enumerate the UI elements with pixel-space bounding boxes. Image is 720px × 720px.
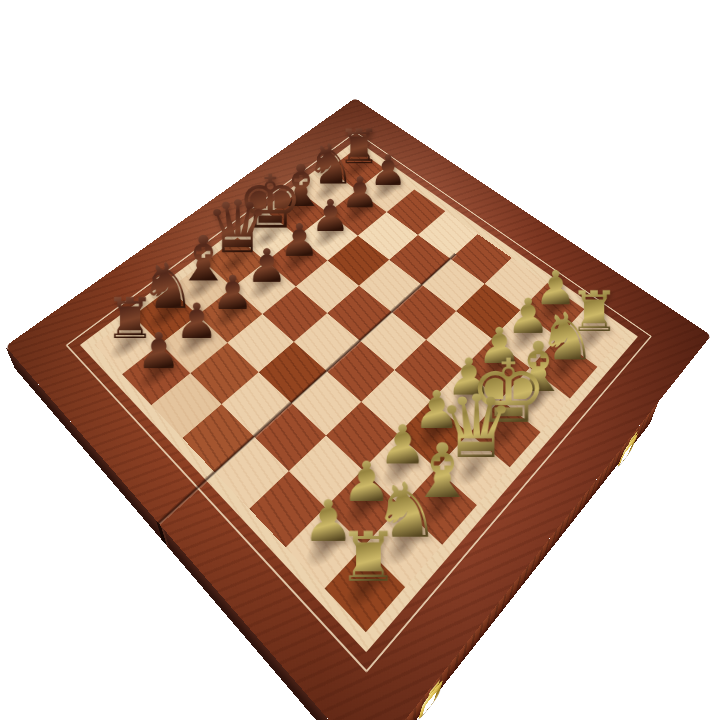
clasp-hole: [620, 444, 633, 465]
product-photo-background: ♜♞♝♛♚♝♞♜♟♟♟♟♟♟♟♟♟♟♟♟♟♟♟♟♜♞♝♛♚♝♞♜: [0, 0, 720, 720]
chess-set-box: ♜♞♝♛♚♝♞♜♟♟♟♟♟♟♟♟♟♟♟♟♟♟♟♟♜♞♝♛♚♝♞♜: [5, 98, 711, 720]
piece-copper-pawn-a7: ♟: [119, 326, 199, 376]
board-grid: ♜♞♝♛♚♝♞♜♟♟♟♟♟♟♟♟♟♟♟♟♟♟♟♟♜♞♝♛♚♝♞♜: [94, 149, 623, 633]
pawn-glyph: ♟: [136, 326, 181, 376]
piece-brass-rook-a1: ♜: [321, 523, 416, 592]
clasp-hole: [422, 691, 437, 716]
rook-glyph: ♜: [338, 523, 400, 592]
